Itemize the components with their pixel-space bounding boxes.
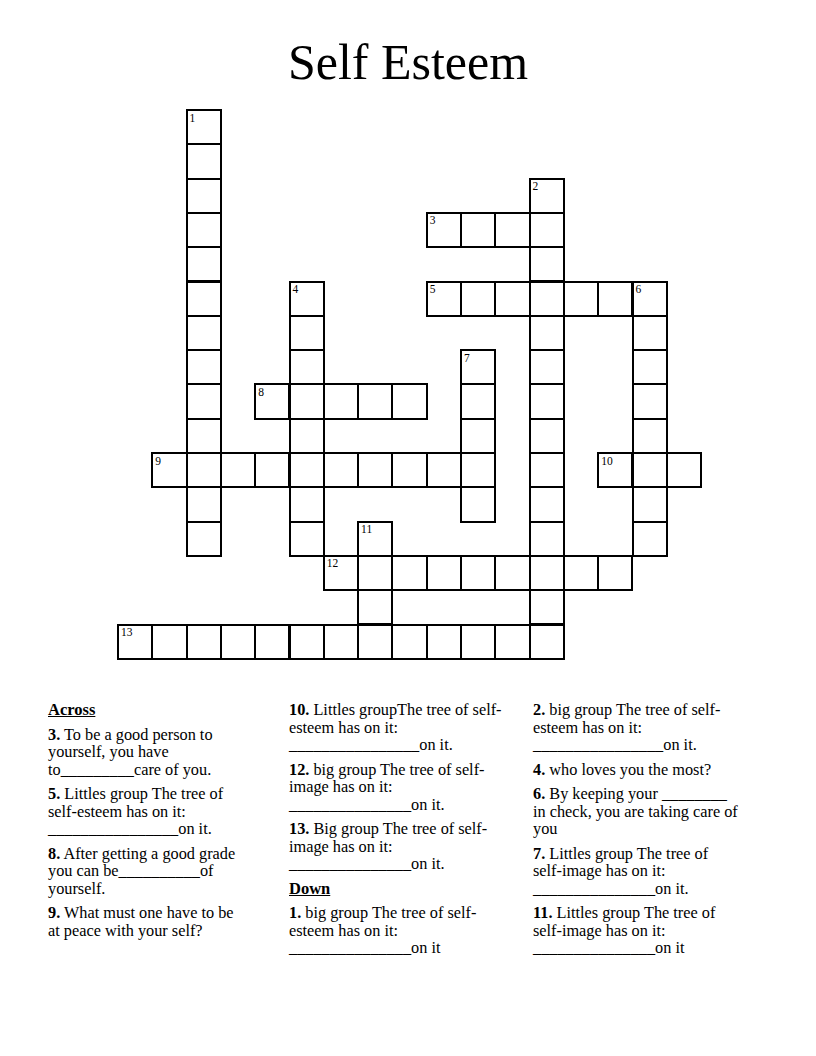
- cell-r11c10[interactable]: [460, 486, 496, 522]
- cell-number-10: 10: [601, 455, 613, 468]
- crossword-page: Self Esteem 12345678910111213 Across3. T…: [0, 0, 816, 1056]
- cell-r10c6[interactable]: [323, 452, 359, 488]
- cell-r3c9[interactable]: 3: [426, 212, 462, 248]
- cell-r7c15[interactable]: [632, 349, 668, 385]
- clue-across-13: 13. Big group The tree of self-image has…: [289, 820, 507, 873]
- cell-r15c1[interactable]: [151, 624, 187, 660]
- cell-r5c13[interactable]: [563, 281, 599, 317]
- cell-r11c2[interactable]: [186, 486, 222, 522]
- cell-r10c10[interactable]: [460, 452, 496, 488]
- cell-r10c5[interactable]: [289, 452, 325, 488]
- clue-down-4: 4. who loves you the most?: [533, 761, 740, 779]
- cell-r9c10[interactable]: [460, 418, 496, 454]
- clue-number: 3.: [48, 725, 60, 744]
- cell-r15c11[interactable]: [494, 624, 530, 660]
- cell-r7c2[interactable]: [186, 349, 222, 385]
- cell-number-12: 12: [327, 557, 339, 570]
- cell-r9c2[interactable]: [186, 418, 222, 454]
- clue-down-11: 11. Littles group The tree of self-image…: [533, 904, 740, 957]
- cell-number-7: 7: [464, 352, 470, 365]
- cell-r6c2[interactable]: [186, 315, 222, 351]
- clue-across-8: 8. After getting a good grade you can be…: [48, 845, 245, 898]
- cell-r10c7[interactable]: [357, 452, 393, 488]
- puzzle-title: Self Esteem: [0, 37, 816, 87]
- clue-number: 9.: [48, 903, 60, 922]
- cell-r7c12[interactable]: [529, 349, 565, 385]
- cell-r2c2[interactable]: [186, 178, 222, 214]
- cell-r14c12[interactable]: [529, 589, 565, 625]
- cell-r6c12[interactable]: [529, 315, 565, 351]
- clue-number: 13.: [289, 819, 309, 838]
- clue-across-9: 9. What must one have to be at peace wit…: [48, 904, 245, 939]
- clue-number: 2.: [533, 700, 545, 719]
- cell-r8c8[interactable]: [391, 383, 427, 419]
- cell-r10c3[interactable]: [220, 452, 256, 488]
- cell-number-9: 9: [155, 455, 161, 468]
- clue-column-3: 2. big group The tree of self-esteem has…: [533, 701, 740, 964]
- cell-number-13: 13: [121, 626, 133, 639]
- clue-column-1: Across3. To be a good person to yourself…: [48, 701, 245, 946]
- cell-r10c15[interactable]: [632, 452, 668, 488]
- clue-across-12: 12. big group The tree of self-image has…: [289, 761, 507, 814]
- cell-r10c14[interactable]: 10: [597, 452, 633, 488]
- cell-r13c8[interactable]: [391, 555, 427, 591]
- cell-r15c3[interactable]: [220, 624, 256, 660]
- cell-r10c9[interactable]: [426, 452, 462, 488]
- clue-number: 5.: [48, 784, 60, 803]
- cell-r4c12[interactable]: [529, 246, 565, 282]
- cell-r1c2[interactable]: [186, 143, 222, 179]
- cell-r8c4[interactable]: 8: [254, 383, 290, 419]
- cell-r3c10[interactable]: [460, 212, 496, 248]
- cell-r9c5[interactable]: [289, 418, 325, 454]
- cell-r15c2[interactable]: [186, 624, 222, 660]
- cell-r9c15[interactable]: [632, 418, 668, 454]
- cell-r15c4[interactable]: [254, 624, 290, 660]
- cell-r13c11[interactable]: [494, 555, 530, 591]
- clue-down-7: 7. Littles group The tree of self-image …: [533, 845, 740, 898]
- cell-r15c10[interactable]: [460, 624, 496, 660]
- cell-r15c8[interactable]: [391, 624, 427, 660]
- clue-number: 12.: [289, 760, 309, 779]
- cell-r3c12[interactable]: [529, 212, 565, 248]
- cell-r15c7[interactable]: [357, 624, 393, 660]
- clue-number: 4.: [533, 760, 545, 779]
- cell-r8c5[interactable]: [289, 383, 325, 419]
- clue-number: 7.: [533, 844, 545, 863]
- clue-number: 6.: [533, 784, 545, 803]
- clue-number: 1.: [289, 903, 301, 922]
- cell-r10c1[interactable]: 9: [151, 452, 187, 488]
- cell-r4c2[interactable]: [186, 246, 222, 282]
- clue-across-5: 5. Littles group The tree of self-esteem…: [48, 785, 245, 838]
- cell-r5c10[interactable]: [460, 281, 496, 317]
- cell-r8c12[interactable]: [529, 383, 565, 419]
- cell-r15c12[interactable]: [529, 624, 565, 660]
- cell-r15c9[interactable]: [426, 624, 462, 660]
- down-header: Down: [289, 880, 507, 898]
- clue-number: 8.: [48, 844, 60, 863]
- cell-r12c15[interactable]: [632, 521, 668, 557]
- cell-number-1: 1: [190, 112, 196, 125]
- cell-r7c5[interactable]: [289, 349, 325, 385]
- cell-r2c12[interactable]: 2: [529, 178, 565, 214]
- cell-number-6: 6: [636, 283, 642, 296]
- cell-number-11: 11: [361, 523, 372, 536]
- cell-r12c7[interactable]: 11: [357, 521, 393, 557]
- cell-r5c14[interactable]: [597, 281, 633, 317]
- cell-r12c2[interactable]: [186, 521, 222, 557]
- cell-r6c15[interactable]: [632, 315, 668, 351]
- cell-r10c4[interactable]: [254, 452, 290, 488]
- crossword-grid: 12345678910111213: [117, 109, 717, 669]
- cell-r13c14[interactable]: [597, 555, 633, 591]
- clue-down-6: 6. By keeping your ________ in check, yo…: [533, 785, 740, 838]
- cell-r12c5[interactable]: [289, 521, 325, 557]
- clue-number: 11.: [533, 903, 552, 922]
- cell-r7c10[interactable]: 7: [460, 349, 496, 385]
- clue-down-2: 2. big group The tree of self-esteem has…: [533, 701, 740, 754]
- cell-r13c9[interactable]: [426, 555, 462, 591]
- cell-number-2: 2: [533, 180, 539, 193]
- clue-across-10: 10. Littles groupThe tree of self-esteem…: [289, 701, 507, 754]
- cell-r15c5[interactable]: [289, 624, 325, 660]
- cell-r13c6[interactable]: 12: [323, 555, 359, 591]
- cell-r13c13[interactable]: [563, 555, 599, 591]
- cell-r12c12[interactable]: [529, 521, 565, 557]
- cell-r11c15[interactable]: [632, 486, 668, 522]
- cell-r8c10[interactable]: [460, 383, 496, 419]
- across-header: Across: [48, 701, 245, 719]
- clue-number: 10.: [289, 700, 309, 719]
- cell-r11c5[interactable]: [289, 486, 325, 522]
- cell-r9c12[interactable]: [529, 418, 565, 454]
- cell-r15c0[interactable]: 13: [117, 624, 153, 660]
- cell-r8c15[interactable]: [632, 383, 668, 419]
- cell-r0c2[interactable]: 1: [186, 109, 222, 145]
- cell-r5c12[interactable]: [529, 281, 565, 317]
- cell-r10c8[interactable]: [391, 452, 427, 488]
- cell-r5c9[interactable]: 5: [426, 281, 462, 317]
- cell-number-5: 5: [430, 283, 436, 296]
- cell-r10c12[interactable]: [529, 452, 565, 488]
- cell-r8c7[interactable]: [357, 383, 393, 419]
- clue-across-3: 3. To be a good person to yourself, you …: [48, 726, 245, 779]
- clue-column-2: 10. Littles groupThe tree of self-esteem…: [289, 701, 507, 964]
- cell-r5c5[interactable]: 4: [289, 281, 325, 317]
- cell-r10c2[interactable]: [186, 452, 222, 488]
- cell-r3c2[interactable]: [186, 212, 222, 248]
- cell-r13c10[interactable]: [460, 555, 496, 591]
- cell-r8c2[interactable]: [186, 383, 222, 419]
- cell-r3c11[interactable]: [494, 212, 530, 248]
- cell-r6c5[interactable]: [289, 315, 325, 351]
- cell-r15c6[interactable]: [323, 624, 359, 660]
- cell-r5c15[interactable]: 6: [632, 281, 668, 317]
- cell-r5c11[interactable]: [494, 281, 530, 317]
- cell-r5c2[interactable]: [186, 281, 222, 317]
- cell-number-8: 8: [258, 386, 264, 399]
- clue-down-1: 1. big group The tree of self-esteem has…: [289, 904, 507, 957]
- cell-r11c12[interactable]: [529, 486, 565, 522]
- cell-r13c12[interactable]: [529, 555, 565, 591]
- cell-r13c7[interactable]: [357, 555, 393, 591]
- cell-r14c7[interactable]: [357, 589, 393, 625]
- cell-number-3: 3: [430, 214, 436, 227]
- cell-r10c16[interactable]: [666, 452, 702, 488]
- cell-r8c6[interactable]: [323, 383, 359, 419]
- cell-number-4: 4: [293, 283, 299, 296]
